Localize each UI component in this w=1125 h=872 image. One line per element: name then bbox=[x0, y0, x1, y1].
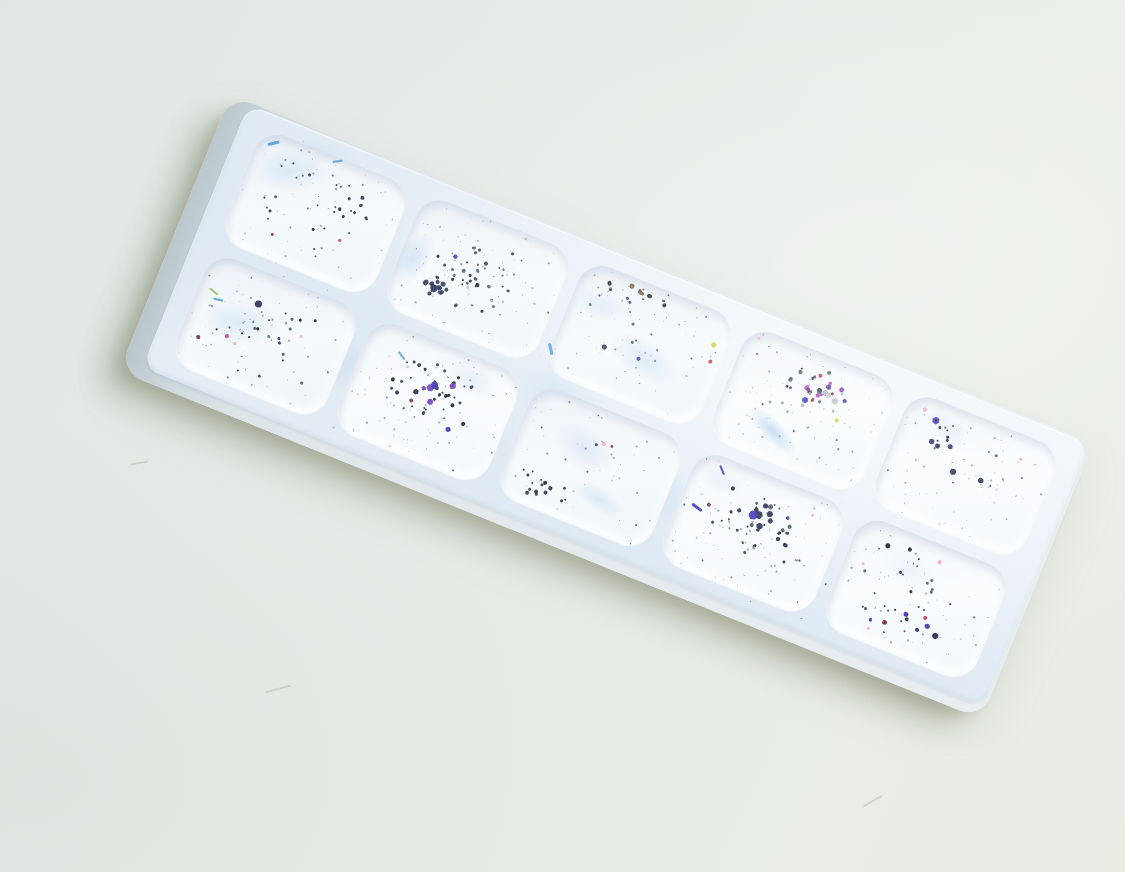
glitter-speck bbox=[213, 297, 223, 301]
glitter-speck bbox=[442, 391, 444, 393]
glitter-speck bbox=[437, 442, 439, 444]
glitter-speck bbox=[352, 390, 354, 392]
glitter-speck bbox=[365, 174, 366, 175]
glitter-speck bbox=[287, 326, 289, 328]
glitter-speck bbox=[888, 575, 890, 577]
glitter-speck bbox=[268, 209, 272, 213]
glitter-speck bbox=[738, 423, 740, 425]
glitter-speck bbox=[787, 376, 794, 383]
glitter-speck bbox=[834, 399, 837, 402]
glitter-speck bbox=[826, 371, 831, 376]
glitter-speck bbox=[208, 365, 209, 366]
glitter-speck bbox=[316, 169, 317, 170]
glitter-speck bbox=[501, 285, 503, 287]
glitter-speck bbox=[639, 375, 640, 376]
glitter-speck bbox=[880, 571, 882, 573]
glitter-hex-speck bbox=[421, 385, 428, 392]
glitter-speck bbox=[887, 609, 889, 611]
glitter-speck bbox=[589, 417, 590, 418]
glitter-speck bbox=[340, 185, 342, 187]
glitter-speck bbox=[964, 474, 965, 475]
glitter-speck bbox=[831, 410, 834, 413]
glitter-speck bbox=[636, 445, 638, 447]
glitter-speck bbox=[420, 371, 421, 372]
glitter-speck bbox=[667, 294, 669, 296]
glitter-speck bbox=[465, 281, 469, 285]
glitter-speck bbox=[770, 590, 773, 593]
wax-marble-wash bbox=[863, 528, 957, 612]
glitter-speck bbox=[935, 420, 937, 422]
glitter-speck bbox=[293, 196, 294, 197]
glitter-speck bbox=[264, 195, 266, 197]
glitter-speck bbox=[476, 373, 478, 375]
glitter-speck bbox=[834, 418, 840, 424]
glitter-speck bbox=[259, 295, 260, 296]
glitter-speck bbox=[501, 375, 503, 377]
wax-marble-wash bbox=[581, 305, 706, 411]
glitter-speck bbox=[461, 269, 467, 275]
glitter-speck bbox=[793, 429, 795, 431]
glitter-speck bbox=[808, 385, 811, 388]
glitter-speck bbox=[829, 409, 832, 412]
glitter-speck bbox=[873, 424, 874, 425]
glitter-hex-speck bbox=[825, 392, 833, 400]
glitter-speck bbox=[307, 173, 311, 177]
glitter-speck bbox=[914, 627, 919, 632]
glitter-speck bbox=[778, 507, 781, 510]
glitter-speck bbox=[946, 435, 950, 439]
glitter-speck bbox=[305, 395, 306, 396]
glitter-speck bbox=[878, 578, 880, 580]
wax-marble-wash bbox=[732, 388, 816, 474]
glitter-speck bbox=[505, 393, 507, 395]
glitter-speck bbox=[804, 538, 805, 539]
glitter-speck bbox=[787, 524, 792, 529]
glitter-speck bbox=[468, 279, 472, 283]
glitter-speck bbox=[492, 249, 493, 250]
glitter-speck bbox=[797, 601, 799, 603]
glitter-speck bbox=[642, 298, 644, 300]
glitter-speck bbox=[531, 469, 534, 472]
glitter-speck bbox=[760, 543, 762, 545]
glitter-hex-speck bbox=[825, 384, 832, 391]
glitter-speck bbox=[209, 288, 211, 290]
glitter-speck bbox=[718, 460, 720, 462]
glitter-speck bbox=[511, 252, 515, 256]
glitter-speck bbox=[483, 254, 484, 255]
glitter-speck bbox=[751, 418, 753, 420]
glitter-hex-speck bbox=[830, 396, 840, 406]
glitter-speck bbox=[903, 629, 906, 632]
glitter-speck bbox=[383, 417, 386, 420]
glitter-speck bbox=[240, 332, 243, 335]
glitter-speck bbox=[460, 263, 462, 265]
glitter-speck bbox=[438, 422, 440, 424]
glitter-speck bbox=[535, 493, 538, 496]
glitter-speck bbox=[316, 306, 318, 308]
glitter-speck bbox=[936, 444, 940, 448]
glitter-speck bbox=[453, 303, 458, 308]
glitter-speck bbox=[429, 278, 431, 280]
glitter-speck bbox=[988, 487, 989, 488]
glitter-speck bbox=[1015, 551, 1017, 553]
glitter-speck bbox=[631, 341, 634, 344]
glitter-speck bbox=[937, 560, 942, 565]
glitter-speck bbox=[816, 460, 818, 462]
glitter-speck bbox=[931, 632, 939, 640]
glitter-speck bbox=[385, 396, 387, 398]
glitter-speck bbox=[565, 459, 567, 461]
glitter-speck bbox=[626, 296, 629, 299]
glitter-speck bbox=[973, 616, 975, 618]
glitter-speck bbox=[638, 382, 641, 385]
glitter-speck bbox=[467, 223, 468, 224]
glitter-speck bbox=[776, 351, 778, 353]
glitter-speck bbox=[762, 403, 764, 405]
glitter-speck bbox=[811, 513, 815, 517]
glitter-speck bbox=[412, 360, 416, 364]
glitter-speck bbox=[528, 487, 532, 491]
glitter-speck bbox=[525, 283, 526, 284]
glitter-speck bbox=[498, 302, 500, 304]
glitter-speck bbox=[266, 217, 269, 220]
glitter-speck bbox=[643, 288, 646, 291]
glitter-speck bbox=[331, 175, 333, 177]
glitter-speck bbox=[244, 233, 246, 235]
glitter-speck bbox=[459, 361, 461, 363]
glitter-speck bbox=[458, 401, 462, 405]
glitter-speck bbox=[178, 352, 180, 354]
glitter-speck bbox=[403, 407, 405, 409]
glitter-speck bbox=[299, 389, 300, 390]
glitter-speck bbox=[968, 596, 970, 598]
glitter-speck bbox=[245, 369, 247, 371]
glitter-speck bbox=[429, 281, 436, 287]
glitter-speck bbox=[751, 522, 753, 524]
glitter-speck bbox=[912, 457, 914, 459]
glitter-speck bbox=[777, 531, 782, 535]
glitter-speck bbox=[447, 376, 449, 378]
glitter-speck bbox=[522, 294, 524, 296]
glitter-speck bbox=[491, 304, 495, 308]
glitter-speck bbox=[423, 222, 424, 223]
glitter-hex-speck bbox=[815, 392, 822, 399]
glitter-speck bbox=[244, 321, 245, 322]
glitter-speck bbox=[964, 624, 966, 626]
glitter-speck bbox=[477, 239, 480, 242]
glitter-speck bbox=[770, 512, 773, 515]
glitter-speck bbox=[573, 491, 575, 493]
glitter-speck bbox=[211, 332, 214, 335]
glitter-speck bbox=[722, 557, 724, 559]
glitter-speck bbox=[288, 327, 292, 331]
glitter-speck bbox=[424, 371, 425, 372]
glitter-speck bbox=[755, 512, 757, 514]
glitter-speck bbox=[285, 312, 288, 315]
glitter-speck bbox=[674, 550, 675, 551]
glitter-speck bbox=[380, 192, 382, 194]
glitter-speck bbox=[697, 557, 698, 558]
glitter-speck bbox=[906, 562, 908, 564]
glitter-speck bbox=[335, 165, 337, 167]
glitter-speck bbox=[851, 450, 853, 452]
glitter-speck bbox=[872, 378, 874, 380]
glitter-speck bbox=[306, 307, 307, 308]
glitter-speck bbox=[874, 592, 877, 595]
glitter-speck bbox=[635, 339, 637, 341]
glitter-speck bbox=[357, 394, 358, 395]
glitter-speck bbox=[462, 280, 464, 282]
glitter-speck bbox=[394, 390, 400, 396]
glitter-speck bbox=[591, 315, 593, 317]
glitter-speck bbox=[347, 196, 351, 200]
glitter-speck bbox=[989, 485, 991, 487]
glitter-speck bbox=[250, 297, 253, 300]
glitter-speck bbox=[564, 498, 567, 501]
glitter-speck bbox=[469, 385, 474, 390]
glitter-speck bbox=[741, 514, 743, 516]
glitter-hex-speck bbox=[784, 515, 790, 521]
glitter-speck bbox=[398, 419, 400, 421]
glitter-speck bbox=[434, 401, 435, 402]
glitter-speck bbox=[466, 426, 468, 428]
glitter-speck bbox=[804, 565, 806, 567]
glitter-speck bbox=[723, 579, 724, 580]
glitter-speck bbox=[393, 428, 395, 430]
glitter-speck bbox=[706, 502, 711, 507]
glitter-speck bbox=[886, 543, 891, 548]
glitter-speck bbox=[352, 211, 356, 215]
glitter-speck bbox=[482, 266, 484, 268]
glitter-speck bbox=[514, 475, 516, 477]
glitter-speck bbox=[701, 559, 704, 562]
glitter-speck bbox=[773, 564, 776, 567]
surface-debris-hair bbox=[265, 685, 291, 694]
glitter-hex-speck bbox=[842, 398, 849, 405]
glitter-speck bbox=[608, 287, 612, 292]
glitter-speck bbox=[440, 290, 445, 295]
glitter-speck bbox=[423, 368, 427, 372]
glitter-speck bbox=[916, 565, 918, 567]
glitter-speck bbox=[390, 376, 396, 382]
glitter-speck bbox=[901, 614, 903, 616]
glitter-speck bbox=[782, 382, 783, 383]
glitter-speck bbox=[834, 452, 836, 454]
glitter-speck bbox=[502, 274, 504, 276]
glitter-speck bbox=[427, 224, 429, 226]
glitter-speck bbox=[890, 535, 892, 537]
glitter-speck bbox=[768, 400, 772, 404]
glitter-speck bbox=[506, 263, 508, 265]
glitter-speck bbox=[848, 409, 850, 411]
glitter-speck bbox=[295, 176, 297, 178]
glitter-speck bbox=[450, 402, 456, 408]
glitter-speck bbox=[1003, 451, 1004, 452]
glitter-speck bbox=[818, 456, 820, 458]
glitter-speck bbox=[758, 574, 759, 575]
glitter-speck bbox=[608, 286, 611, 289]
glitter-speck bbox=[980, 483, 982, 485]
glitter-speck bbox=[714, 507, 716, 509]
glitter-speck bbox=[540, 479, 542, 481]
glitter-speck bbox=[452, 469, 455, 472]
glitter-speck bbox=[907, 417, 908, 418]
glitter-speck bbox=[251, 384, 253, 386]
glitter-speck bbox=[794, 579, 796, 581]
glitter-speck bbox=[750, 391, 751, 392]
glitter-speck bbox=[735, 528, 739, 532]
glitter-speck bbox=[922, 631, 924, 633]
glitter-speck bbox=[453, 396, 456, 399]
glitter-speck bbox=[477, 264, 480, 267]
wax-marble-wash bbox=[554, 267, 647, 342]
glitter-speck bbox=[821, 502, 823, 504]
glitter-speck bbox=[675, 531, 676, 532]
glitter-speck bbox=[407, 439, 408, 440]
glitter-speck bbox=[299, 335, 303, 339]
glitter-speck bbox=[280, 165, 282, 167]
glitter-hex-speck bbox=[430, 380, 441, 391]
glitter-speck bbox=[320, 247, 322, 249]
glitter-speck bbox=[499, 314, 501, 316]
glitter-speck bbox=[837, 468, 839, 470]
glitter-speck bbox=[312, 182, 314, 184]
glitter-speck bbox=[884, 637, 886, 639]
glitter-speck bbox=[766, 417, 768, 419]
glitter-speck bbox=[529, 241, 530, 242]
glitter-speck bbox=[464, 308, 465, 309]
glitter-speck bbox=[400, 299, 402, 301]
glitter-speck bbox=[1040, 493, 1043, 496]
glitter-speck bbox=[443, 369, 447, 373]
glitter-speck bbox=[384, 381, 385, 382]
glitter-speck bbox=[363, 216, 368, 221]
glitter-speck bbox=[770, 565, 773, 568]
glitter-speck bbox=[921, 642, 923, 644]
glitter-speck bbox=[332, 249, 333, 250]
glitter-speck bbox=[912, 594, 913, 595]
glitter-speck bbox=[878, 548, 880, 550]
glitter-speck bbox=[314, 255, 317, 258]
glitter-speck bbox=[637, 290, 643, 296]
glitter-speck bbox=[630, 283, 636, 289]
glitter-speck bbox=[900, 620, 903, 623]
glitter-speck bbox=[604, 342, 605, 343]
glitter-speck bbox=[816, 388, 822, 395]
glitter-speck bbox=[289, 402, 291, 404]
glitter-speck bbox=[1034, 463, 1036, 465]
glitter-hex-speck bbox=[775, 535, 782, 542]
glitter-speck bbox=[1007, 577, 1008, 578]
glitter-hex-speck bbox=[426, 397, 434, 405]
glitter-speck bbox=[262, 315, 264, 317]
glitter-speck bbox=[568, 401, 570, 403]
glitter-speck bbox=[838, 524, 839, 525]
glitter-speck bbox=[463, 385, 465, 387]
glitter-speck bbox=[338, 266, 340, 268]
glitter-speck bbox=[492, 433, 494, 435]
glitter-speck bbox=[631, 324, 633, 326]
glitter-speck bbox=[780, 401, 784, 405]
glitter-speck bbox=[242, 322, 244, 324]
glitter-speck bbox=[256, 327, 260, 331]
glitter-speck bbox=[452, 274, 457, 279]
glitter-speck bbox=[933, 507, 934, 508]
wax-marble-wash bbox=[685, 452, 759, 510]
glitter-speck bbox=[618, 477, 620, 479]
glitter-speck bbox=[942, 615, 944, 617]
glitter-speck bbox=[630, 293, 631, 294]
glitter-speck bbox=[622, 300, 624, 302]
glitter-speck bbox=[205, 326, 207, 328]
glitter-speck bbox=[248, 336, 251, 339]
glitter-speck bbox=[613, 456, 615, 458]
glitter-speck bbox=[709, 360, 713, 364]
glitter-speck bbox=[970, 427, 972, 429]
glitter-speck bbox=[605, 441, 606, 442]
glitter-speck bbox=[599, 353, 600, 354]
glitter-speck bbox=[951, 575, 952, 576]
glitter-speck bbox=[631, 323, 634, 326]
glitter-speck bbox=[614, 318, 615, 319]
glitter-speck bbox=[535, 407, 536, 408]
glitter-speck bbox=[898, 570, 902, 574]
glitter-speck bbox=[1019, 457, 1023, 461]
glitter-speck bbox=[743, 355, 744, 356]
glitter-speck bbox=[812, 375, 815, 378]
glitter-speck bbox=[915, 458, 917, 460]
glitter-speck bbox=[473, 447, 475, 449]
glitter-speck bbox=[923, 615, 929, 621]
glitter-speck bbox=[244, 313, 246, 315]
glitter-speck bbox=[526, 238, 528, 240]
glitter-speck bbox=[883, 604, 886, 607]
glitter-speck bbox=[210, 344, 211, 345]
glitter-speck bbox=[452, 381, 457, 386]
glitter-speck bbox=[469, 249, 470, 250]
glitter-speck bbox=[295, 321, 297, 323]
glitter-speck bbox=[426, 449, 427, 450]
glitter-speck bbox=[237, 369, 239, 371]
glitter-speck bbox=[929, 550, 931, 552]
glitter-speck bbox=[317, 195, 319, 197]
glitter-speck bbox=[358, 203, 362, 207]
glitter-speck bbox=[946, 653, 947, 654]
glitter-speck bbox=[989, 497, 990, 498]
glitter-speck bbox=[618, 277, 620, 279]
glitter-speck bbox=[290, 317, 294, 321]
glitter-speck bbox=[918, 606, 921, 609]
glitter-speck bbox=[447, 270, 448, 271]
glitter-speck bbox=[840, 393, 843, 396]
glitter-speck bbox=[458, 285, 460, 287]
glitter-speck bbox=[416, 269, 417, 270]
glitter-speck bbox=[831, 392, 835, 396]
glitter-speck bbox=[901, 573, 903, 575]
glitter-speck bbox=[490, 299, 492, 301]
glitter-speck bbox=[320, 225, 322, 227]
glitter-speck bbox=[378, 263, 379, 264]
glitter-hex-speck bbox=[949, 468, 956, 475]
glitter-speck bbox=[363, 388, 365, 390]
glitter-speck bbox=[742, 551, 746, 555]
glitter-hex-speck bbox=[761, 502, 769, 510]
glitter-speck bbox=[308, 293, 310, 295]
glitter-speck bbox=[242, 330, 244, 332]
glitter-speck bbox=[406, 443, 408, 445]
glitter-speck bbox=[1006, 518, 1008, 520]
surface-debris-hair bbox=[130, 460, 148, 465]
